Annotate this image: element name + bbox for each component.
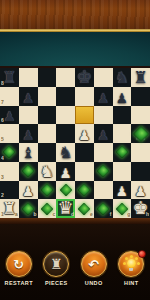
legal-move-marker [3, 146, 16, 159]
legal-move-marker [41, 202, 54, 215]
file-coordinate-label: f [110, 212, 112, 217]
legal-move-marker [22, 165, 35, 178]
square-e7[interactable] [75, 87, 94, 106]
square-g2[interactable]: ♟ [113, 181, 132, 200]
square-f8[interactable] [94, 68, 113, 87]
capture-move-marker [133, 126, 149, 142]
file-coordinate-label: h [146, 212, 149, 217]
file-coordinate-label: b [33, 212, 36, 217]
square-g4[interactable] [113, 143, 132, 162]
pieces-button-circle[interactable]: ♜ [43, 251, 69, 277]
restart-button-label: RESTART [5, 280, 33, 286]
square-a3[interactable]: 3 [0, 162, 19, 181]
square-g8[interactable]: ♞ [113, 68, 132, 87]
square-h7[interactable] [131, 87, 150, 106]
square-f5[interactable]: ♟ [94, 124, 113, 143]
bottom-toolbar: ↻ RESTART ♜ PIECES ↶ UNDO [0, 224, 150, 300]
square-d4[interactable]: ♞ [56, 143, 75, 162]
lightbulb-icon [127, 259, 136, 268]
hint-button-label: HINT [124, 280, 138, 286]
file-coordinate-label: g [127, 212, 130, 217]
square-e8[interactable]: ♚ [75, 68, 94, 87]
file-coordinate-label: c [52, 212, 55, 217]
legal-move-marker [22, 202, 35, 215]
square-d6[interactable] [56, 106, 75, 125]
square-f6[interactable] [94, 106, 113, 125]
hint-button-circle[interactable] [118, 251, 144, 277]
square-f3[interactable] [94, 162, 113, 181]
square-c8[interactable] [38, 68, 57, 87]
square-c5[interactable] [38, 124, 57, 143]
square-d3[interactable]: ♟ [56, 162, 75, 181]
rank-coordinate-label: 2 [1, 193, 4, 198]
hint-badge [138, 250, 146, 258]
square-c4[interactable] [38, 143, 57, 162]
square-a5[interactable]: 5 [0, 124, 19, 143]
square-d8[interactable] [56, 68, 75, 87]
selected-square-highlight [56, 199, 75, 218]
square-b4[interactable]: ♝ [19, 143, 38, 162]
square-f2[interactable] [94, 181, 113, 200]
wood-table-top [0, 0, 150, 29]
square-e6[interactable] [75, 106, 94, 125]
square-f4[interactable] [94, 143, 113, 162]
undo-button-circle[interactable]: ↶ [81, 251, 107, 277]
square-h1[interactable]: ♚h [131, 199, 150, 218]
square-a2[interactable]: 2 [0, 181, 19, 200]
square-c1[interactable]: c [38, 199, 57, 218]
square-e4[interactable] [75, 143, 94, 162]
restart-button[interactable]: ↻ RESTART [5, 251, 32, 286]
square-c6[interactable] [38, 106, 57, 125]
rank-coordinate-label: 8 [1, 81, 4, 86]
square-b8[interactable] [19, 68, 38, 87]
file-coordinate-label: e [90, 212, 93, 217]
restart-arrow-icon: ↻ [13, 258, 24, 271]
hint-button[interactable]: HINT [118, 251, 145, 286]
file-coordinate-label: a [15, 212, 18, 217]
square-e3[interactable] [75, 162, 94, 181]
square-g1[interactable]: g [113, 199, 132, 218]
legal-move-marker [78, 202, 91, 215]
square-h6[interactable] [131, 106, 150, 125]
square-b3[interactable] [19, 162, 38, 181]
legal-move-marker [41, 184, 54, 197]
square-h5[interactable]: ♟ [131, 124, 150, 143]
rank-coordinate-label: 4 [1, 156, 4, 161]
square-h8[interactable]: ♜ [131, 68, 150, 87]
legal-move-marker [97, 165, 110, 178]
square-c7[interactable] [38, 87, 57, 106]
square-c2[interactable] [38, 181, 57, 200]
rook-icon: ♜ [50, 258, 63, 271]
square-a7[interactable]: 7 [0, 87, 19, 106]
chess-app-screen: ♜8♚♞♜7♟♟♟♟65♟♟♟♟4♝♞3♞♟2♟♟♟♜1abc♛defg♚h ↻… [0, 0, 150, 300]
square-e2[interactable] [75, 181, 94, 200]
rank-coordinate-label: 1 [1, 212, 4, 217]
square-h3[interactable] [131, 162, 150, 181]
square-a8[interactable]: ♜8 [0, 68, 19, 87]
square-f1[interactable]: f [94, 199, 113, 218]
square-d7[interactable] [56, 87, 75, 106]
undo-arrow-icon: ↶ [88, 258, 99, 271]
square-b1[interactable]: b [19, 199, 38, 218]
legal-move-marker [59, 184, 72, 197]
legal-move-marker [116, 146, 129, 159]
chess-board: ♜8♚♞♜7♟♟♟♟65♟♟♟♟4♝♞3♞♟2♟♟♟♜1abc♛defg♚h [0, 68, 150, 218]
rank-coordinate-label: 5 [1, 137, 4, 142]
square-g6[interactable] [113, 106, 132, 125]
square-f7[interactable]: ♟ [94, 87, 113, 106]
square-c3[interactable]: ♞ [38, 162, 57, 181]
undo-button[interactable]: ↶ UNDO [80, 251, 107, 286]
square-d2[interactable] [56, 181, 75, 200]
legal-move-marker [97, 202, 110, 215]
square-b2[interactable]: ♟ [19, 181, 38, 200]
square-g3[interactable] [113, 162, 132, 181]
square-a6[interactable]: ♟6 [0, 106, 19, 125]
pieces-button-label: PIECES [45, 280, 68, 286]
undo-button-label: UNDO [85, 280, 103, 286]
square-d5[interactable] [56, 124, 75, 143]
toolbar-buttons-row: ↻ RESTART ♜ PIECES ↶ UNDO [0, 251, 150, 286]
rank-coordinate-label: 6 [1, 118, 4, 123]
square-a1[interactable]: ♜1a [0, 199, 19, 218]
top-board-panel [0, 32, 150, 66]
square-g7[interactable]: ♟ [113, 87, 132, 106]
square-e1[interactable]: e [75, 199, 94, 218]
legal-move-marker [78, 184, 91, 197]
pieces-button[interactable]: ♜ PIECES [43, 251, 70, 286]
square-b6[interactable] [19, 106, 38, 125]
restart-button-circle[interactable]: ↻ [6, 251, 32, 277]
square-h2[interactable]: ♟ [131, 181, 150, 200]
square-h4[interactable] [131, 143, 150, 162]
rank-coordinate-label: 3 [1, 175, 4, 180]
square-d1[interactable]: ♛d [56, 199, 75, 218]
square-b7[interactable]: ♟ [19, 87, 38, 106]
square-b5[interactable]: ♟ [19, 124, 38, 143]
square-g5[interactable] [113, 124, 132, 143]
square-a4[interactable]: 4 [0, 143, 19, 162]
square-e5[interactable]: ♟ [75, 124, 94, 143]
legal-move-marker [116, 202, 129, 215]
rank-coordinate-label: 7 [1, 100, 4, 105]
